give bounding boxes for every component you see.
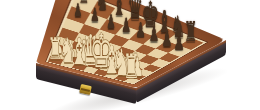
brass-latch-icon bbox=[79, 84, 92, 95]
chess-set-photo: ♜♞♝♛♚♝♞♜♟♟♟♟♟♟♟♟♟♟♟♟♟♟♟♟♜♞♝♛♚♝♞♜ bbox=[0, 0, 260, 110]
latch-slot bbox=[81, 88, 90, 91]
